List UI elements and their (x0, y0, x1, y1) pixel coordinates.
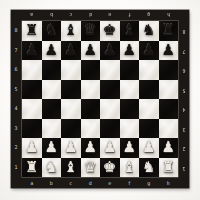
coordinate-label: 8 (180, 21, 188, 41)
square-c4[interactable] (61, 99, 81, 119)
square-a5[interactable] (22, 80, 42, 100)
piece-white-pawn[interactable]: ♟ (25, 140, 38, 155)
square-a1[interactable]: ♜ (22, 158, 42, 178)
square-h1[interactable]: ♜ (159, 158, 179, 178)
square-e6[interactable] (100, 60, 120, 80)
coordinate-label: 5 (180, 80, 188, 100)
square-c2[interactable]: ♟ (61, 138, 81, 158)
square-d4[interactable] (81, 99, 101, 119)
coordinate-label: g (139, 11, 159, 19)
rank-labels-right: 87654321 (180, 21, 188, 177)
piece-black-pawn[interactable]: ♟ (84, 43, 97, 58)
square-b3[interactable] (42, 119, 62, 139)
square-f2[interactable]: ♟ (120, 138, 140, 158)
square-b1[interactable]: ♞ (42, 158, 62, 178)
board-frame: abcdefgh abcdefgh 87654321 87654321 ♜♞♝♛… (11, 10, 189, 188)
piece-black-pawn[interactable]: ♟ (162, 43, 175, 58)
square-g4[interactable] (139, 99, 159, 119)
piece-black-rook[interactable]: ♜ (162, 23, 175, 38)
square-c6[interactable] (61, 60, 81, 80)
square-f1[interactable]: ♝ (120, 158, 140, 178)
coordinate-label: 2 (12, 138, 20, 158)
piece-black-pawn[interactable]: ♟ (142, 43, 155, 58)
square-b7[interactable]: ♟ (42, 41, 62, 61)
square-d5[interactable] (81, 80, 101, 100)
piece-black-bishop[interactable]: ♝ (123, 23, 136, 38)
piece-white-rook[interactable]: ♜ (162, 160, 175, 175)
piece-white-knight[interactable]: ♞ (142, 160, 155, 175)
square-d6[interactable] (81, 60, 101, 80)
square-f6[interactable] (120, 60, 140, 80)
coordinate-label: a (22, 179, 42, 187)
square-b6[interactable] (42, 60, 62, 80)
piece-black-pawn[interactable]: ♟ (103, 43, 116, 58)
square-a2[interactable]: ♟ (22, 138, 42, 158)
square-g3[interactable] (139, 119, 159, 139)
piece-black-pawn[interactable]: ♟ (64, 43, 77, 58)
square-f7[interactable]: ♟ (120, 41, 140, 61)
square-h8[interactable]: ♜ (159, 21, 179, 41)
piece-white-rook[interactable]: ♜ (25, 160, 38, 175)
piece-white-queen[interactable]: ♛ (84, 160, 97, 175)
coordinate-label: 1 (180, 158, 188, 178)
board-grid: ♜♞♝♛♚♝♞♜♟♟♟♟♟♟♟♟♟♟♟♟♟♟♟♟♜♞♝♛♚♝♞♜ (22, 21, 178, 177)
coordinate-label: 1 (12, 158, 20, 178)
chessboard-photo: abcdefgh abcdefgh 87654321 87654321 ♜♞♝♛… (0, 0, 200, 200)
coordinate-label: c (61, 179, 81, 187)
square-c8[interactable]: ♝ (61, 21, 81, 41)
square-e1[interactable]: ♚ (100, 158, 120, 178)
piece-black-pawn[interactable]: ♟ (25, 43, 38, 58)
piece-black-king[interactable]: ♚ (103, 23, 116, 38)
square-h4[interactable] (159, 99, 179, 119)
piece-white-pawn[interactable]: ♟ (123, 140, 136, 155)
coordinate-label: g (139, 179, 159, 187)
coordinate-label: 8 (12, 21, 20, 41)
square-e8[interactable]: ♚ (100, 21, 120, 41)
square-a3[interactable] (22, 119, 42, 139)
square-d3[interactable] (81, 119, 101, 139)
square-f8[interactable]: ♝ (120, 21, 140, 41)
coordinate-label: 4 (180, 99, 188, 119)
square-b8[interactable]: ♞ (42, 21, 62, 41)
square-d1[interactable]: ♛ (81, 158, 101, 178)
square-h5[interactable] (159, 80, 179, 100)
square-e4[interactable] (100, 99, 120, 119)
square-e5[interactable] (100, 80, 120, 100)
piece-white-king[interactable]: ♚ (103, 160, 116, 175)
piece-white-pawn[interactable]: ♟ (84, 140, 97, 155)
coordinate-label: 3 (12, 119, 20, 139)
rank-labels-left: 87654321 (12, 21, 20, 177)
square-f4[interactable] (120, 99, 140, 119)
square-c5[interactable] (61, 80, 81, 100)
piece-white-pawn[interactable]: ♟ (64, 140, 77, 155)
piece-white-pawn[interactable]: ♟ (162, 140, 175, 155)
square-e2[interactable]: ♟ (100, 138, 120, 158)
piece-white-bishop[interactable]: ♝ (123, 160, 136, 175)
square-h2[interactable]: ♟ (159, 138, 179, 158)
coordinate-label: d (81, 11, 101, 19)
square-g6[interactable] (139, 60, 159, 80)
coordinate-label: h (159, 11, 179, 19)
square-c7[interactable]: ♟ (61, 41, 81, 61)
coordinate-label: f (120, 11, 140, 19)
square-d8[interactable]: ♛ (81, 21, 101, 41)
coordinate-label: b (42, 179, 62, 187)
piece-black-knight[interactable]: ♞ (142, 23, 155, 38)
coordinate-label: a (22, 11, 42, 19)
square-a7[interactable]: ♟ (22, 41, 42, 61)
square-e3[interactable] (100, 119, 120, 139)
square-h6[interactable] (159, 60, 179, 80)
coordinate-label: f (120, 179, 140, 187)
coordinate-label: b (42, 11, 62, 19)
square-g2[interactable]: ♟ (139, 138, 159, 158)
coordinate-label: 3 (180, 119, 188, 139)
square-f5[interactable] (120, 80, 140, 100)
square-g8[interactable]: ♞ (139, 21, 159, 41)
square-c3[interactable] (61, 119, 81, 139)
piece-black-bishop[interactable]: ♝ (64, 23, 77, 38)
square-g5[interactable] (139, 80, 159, 100)
coordinate-label: d (81, 179, 101, 187)
square-g7[interactable]: ♟ (139, 41, 159, 61)
piece-black-knight[interactable]: ♞ (45, 23, 58, 38)
piece-white-pawn[interactable]: ♟ (45, 140, 58, 155)
coordinate-label: 2 (180, 138, 188, 158)
file-labels-bottom: abcdefgh (22, 179, 178, 187)
square-d2[interactable]: ♟ (81, 138, 101, 158)
square-a8[interactable]: ♜ (22, 21, 42, 41)
square-b4[interactable] (42, 99, 62, 119)
square-a4[interactable] (22, 99, 42, 119)
piece-black-rook[interactable]: ♜ (25, 23, 38, 38)
coordinate-label: 6 (12, 60, 20, 80)
piece-white-knight[interactable]: ♞ (45, 160, 58, 175)
square-b2[interactable]: ♟ (42, 138, 62, 158)
square-h3[interactable] (159, 119, 179, 139)
piece-white-bishop[interactable]: ♝ (64, 160, 77, 175)
square-e7[interactable]: ♟ (100, 41, 120, 61)
square-h7[interactable]: ♟ (159, 41, 179, 61)
coordinate-label: e (100, 11, 120, 19)
square-c1[interactable]: ♝ (61, 158, 81, 178)
coordinate-label: 5 (12, 80, 20, 100)
coordinate-label: 4 (12, 99, 20, 119)
square-d7[interactable]: ♟ (81, 41, 101, 61)
piece-black-pawn[interactable]: ♟ (123, 43, 136, 58)
coordinate-label: 7 (180, 41, 188, 61)
coordinate-label: 6 (180, 60, 188, 80)
square-g1[interactable]: ♞ (139, 158, 159, 178)
piece-white-pawn[interactable]: ♟ (142, 140, 155, 155)
coordinate-label: 7 (12, 41, 20, 61)
square-b5[interactable] (42, 80, 62, 100)
piece-black-queen[interactable]: ♛ (84, 23, 97, 38)
coordinate-label: h (159, 179, 179, 187)
piece-black-pawn[interactable]: ♟ (45, 43, 58, 58)
coordinate-label: e (100, 179, 120, 187)
coordinate-label: c (61, 11, 81, 19)
piece-white-pawn[interactable]: ♟ (103, 140, 116, 155)
file-labels-top: abcdefgh (22, 11, 178, 19)
square-f3[interactable] (120, 119, 140, 139)
square-a6[interactable] (22, 60, 42, 80)
